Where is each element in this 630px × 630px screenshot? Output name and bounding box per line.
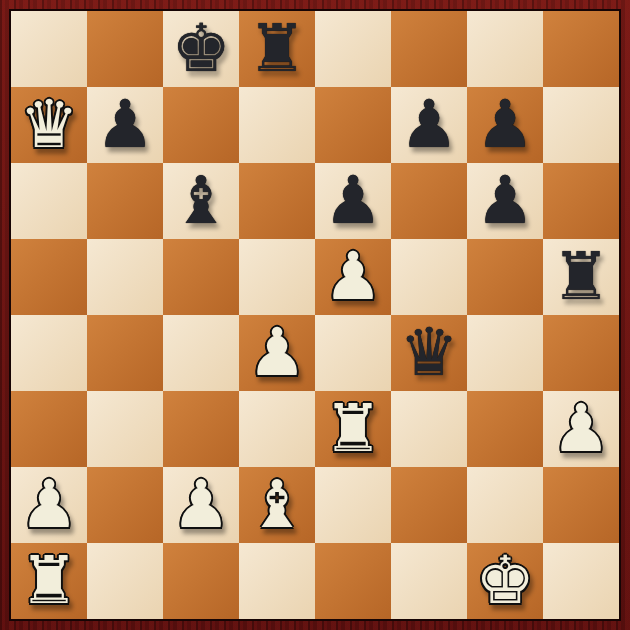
square-c8[interactable]: ♚ [163, 11, 239, 87]
square-c5[interactable] [163, 239, 239, 315]
square-b1[interactable] [87, 543, 163, 619]
square-e7[interactable] [315, 87, 391, 163]
piece-black-pawn[interactable]: ♟ [323, 168, 382, 234]
piece-white-bishop[interactable]: ♝ [247, 472, 306, 538]
square-f4[interactable]: ♛ [391, 315, 467, 391]
square-c1[interactable] [163, 543, 239, 619]
piece-white-king[interactable]: ♚ [475, 548, 534, 614]
square-a3[interactable] [11, 391, 87, 467]
square-h7[interactable] [543, 87, 619, 163]
square-g4[interactable] [467, 315, 543, 391]
chess-board: ♚♜♛♟♟♟♝♟♟♟♜♟♛♜♟♟♟♝♜♚ [9, 9, 621, 621]
square-a4[interactable] [11, 315, 87, 391]
square-g7[interactable]: ♟ [467, 87, 543, 163]
square-h6[interactable] [543, 163, 619, 239]
piece-white-rook[interactable]: ♜ [323, 396, 382, 462]
piece-white-pawn[interactable]: ♟ [323, 244, 382, 310]
square-d6[interactable] [239, 163, 315, 239]
piece-black-pawn[interactable]: ♟ [475, 168, 534, 234]
square-d5[interactable] [239, 239, 315, 315]
square-g1[interactable]: ♚ [467, 543, 543, 619]
square-b4[interactable] [87, 315, 163, 391]
square-e6[interactable]: ♟ [315, 163, 391, 239]
piece-white-queen[interactable]: ♛ [19, 92, 78, 158]
square-c4[interactable] [163, 315, 239, 391]
square-h5[interactable]: ♜ [543, 239, 619, 315]
piece-white-pawn[interactable]: ♟ [171, 472, 230, 538]
square-b3[interactable] [87, 391, 163, 467]
square-d8[interactable]: ♜ [239, 11, 315, 87]
square-e3[interactable]: ♜ [315, 391, 391, 467]
square-a2[interactable]: ♟ [11, 467, 87, 543]
piece-black-king[interactable]: ♚ [171, 16, 230, 82]
square-b5[interactable] [87, 239, 163, 315]
piece-black-rook[interactable]: ♜ [247, 16, 306, 82]
square-a8[interactable] [11, 11, 87, 87]
square-c2[interactable]: ♟ [163, 467, 239, 543]
square-b8[interactable] [87, 11, 163, 87]
square-c7[interactable] [163, 87, 239, 163]
square-g3[interactable] [467, 391, 543, 467]
square-d7[interactable] [239, 87, 315, 163]
square-f3[interactable] [391, 391, 467, 467]
piece-black-pawn[interactable]: ♟ [399, 92, 458, 158]
piece-white-pawn[interactable]: ♟ [19, 472, 78, 538]
square-h2[interactable] [543, 467, 619, 543]
square-g8[interactable] [467, 11, 543, 87]
square-a5[interactable] [11, 239, 87, 315]
square-f6[interactable] [391, 163, 467, 239]
piece-black-queen[interactable]: ♛ [399, 320, 458, 386]
piece-black-pawn[interactable]: ♟ [95, 92, 154, 158]
square-h8[interactable] [543, 11, 619, 87]
square-f1[interactable] [391, 543, 467, 619]
square-e4[interactable] [315, 315, 391, 391]
square-f2[interactable] [391, 467, 467, 543]
square-f7[interactable]: ♟ [391, 87, 467, 163]
square-g2[interactable] [467, 467, 543, 543]
square-a6[interactable] [11, 163, 87, 239]
square-g6[interactable]: ♟ [467, 163, 543, 239]
square-d1[interactable] [239, 543, 315, 619]
square-e2[interactable] [315, 467, 391, 543]
square-a7[interactable]: ♛ [11, 87, 87, 163]
piece-white-rook[interactable]: ♜ [19, 548, 78, 614]
piece-black-bishop[interactable]: ♝ [171, 168, 230, 234]
square-c3[interactable] [163, 391, 239, 467]
piece-black-pawn[interactable]: ♟ [475, 92, 534, 158]
piece-white-pawn[interactable]: ♟ [247, 320, 306, 386]
piece-white-pawn[interactable]: ♟ [551, 396, 610, 462]
square-d2[interactable]: ♝ [239, 467, 315, 543]
square-f8[interactable] [391, 11, 467, 87]
square-b2[interactable] [87, 467, 163, 543]
square-a1[interactable]: ♜ [11, 543, 87, 619]
square-b7[interactable]: ♟ [87, 87, 163, 163]
square-f5[interactable] [391, 239, 467, 315]
square-d4[interactable]: ♟ [239, 315, 315, 391]
square-g5[interactable] [467, 239, 543, 315]
square-b6[interactable] [87, 163, 163, 239]
square-e5[interactable]: ♟ [315, 239, 391, 315]
square-d3[interactable] [239, 391, 315, 467]
square-h3[interactable]: ♟ [543, 391, 619, 467]
board-frame: ♚♜♛♟♟♟♝♟♟♟♜♟♛♜♟♟♟♝♜♚ [0, 0, 630, 630]
square-h4[interactable] [543, 315, 619, 391]
square-e1[interactable] [315, 543, 391, 619]
square-h1[interactable] [543, 543, 619, 619]
piece-black-rook[interactable]: ♜ [551, 244, 610, 310]
square-c6[interactable]: ♝ [163, 163, 239, 239]
square-e8[interactable] [315, 11, 391, 87]
